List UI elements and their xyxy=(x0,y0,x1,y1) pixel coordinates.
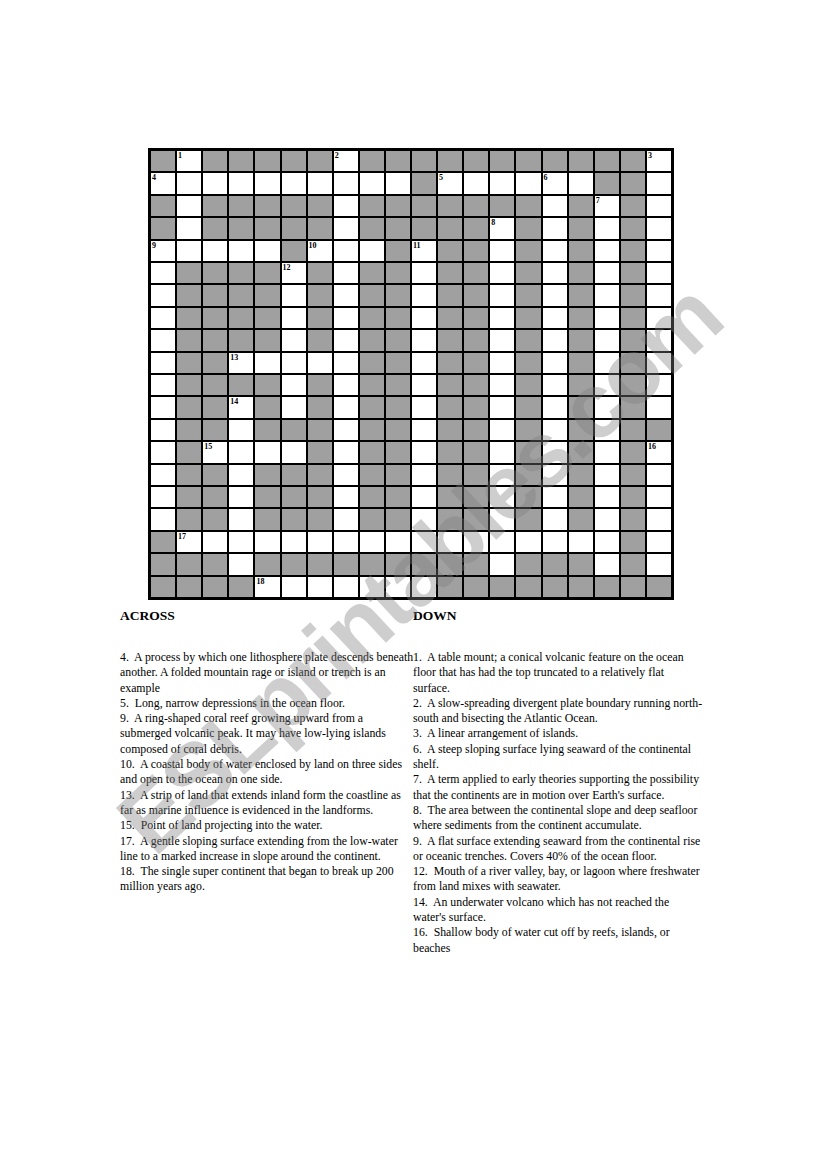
grid-cell-r12c6[interactable] xyxy=(281,396,307,418)
grid-cell-r2c9[interactable] xyxy=(359,172,385,194)
grid-cell-r7c11[interactable] xyxy=(411,284,437,306)
grid-cell-r18c7[interactable] xyxy=(307,531,333,553)
grid-cell-r11c20[interactable] xyxy=(646,374,672,396)
grid-cell-r8c6[interactable] xyxy=(281,307,307,329)
grid-cell-r18c17[interactable] xyxy=(568,531,594,553)
grid-cell-r6c1[interactable] xyxy=(150,262,176,284)
grid-cell-r4c11 xyxy=(411,217,437,239)
grid-cell-r6c20[interactable] xyxy=(646,262,672,284)
grid-cell-r20c8[interactable] xyxy=(333,576,359,598)
grid-cell-r6c18[interactable] xyxy=(594,262,620,284)
grid-cell-r19c18[interactable] xyxy=(594,553,620,575)
grid-cell-r10c11[interactable] xyxy=(411,352,437,374)
grid-cell-r20c3 xyxy=(202,576,228,598)
grid-cell-r2c3[interactable] xyxy=(202,172,228,194)
grid-cell-r8c2 xyxy=(176,307,202,329)
grid-cell-r9c17 xyxy=(568,329,594,351)
grid-cell-r8c20[interactable] xyxy=(646,307,672,329)
grid-cell-r5c1[interactable]: 9 xyxy=(150,240,176,262)
down-clue-16: 16. Shallow body of water cut off by ree… xyxy=(413,925,703,956)
grid-cell-r12c11[interactable] xyxy=(411,396,437,418)
grid-cell-r9c19 xyxy=(620,329,646,351)
grid-cell-r1c8[interactable]: 2 xyxy=(333,150,359,172)
grid-cell-r17c12 xyxy=(437,508,463,530)
grid-cell-r20c5[interactable]: 18 xyxy=(254,576,280,598)
grid-cell-r19c14[interactable] xyxy=(489,553,515,575)
grid-cell-r1c11 xyxy=(411,150,437,172)
grid-cell-r19c16 xyxy=(542,553,568,575)
grid-cell-r20c6[interactable] xyxy=(281,576,307,598)
clue-number-10: 10 xyxy=(309,241,317,250)
grid-cell-r2c20[interactable] xyxy=(646,172,672,194)
clue-number-6: 6 xyxy=(544,173,548,182)
grid-cell-r2c17[interactable] xyxy=(568,172,594,194)
grid-cell-r15c2 xyxy=(176,464,202,486)
down-clues-column: DOWN 1. A table mount; a conical volcani… xyxy=(413,608,703,956)
grid-cell-r5c15 xyxy=(515,240,541,262)
grid-cell-r14c6[interactable] xyxy=(281,441,307,463)
grid-cell-r17c10 xyxy=(385,508,411,530)
grid-cell-r9c8[interactable] xyxy=(333,329,359,351)
grid-cell-r1c9 xyxy=(359,150,385,172)
grid-cell-r3c6 xyxy=(281,195,307,217)
grid-cell-r4c17 xyxy=(568,217,594,239)
grid-cell-r11c18[interactable] xyxy=(594,374,620,396)
grid-cell-r10c3 xyxy=(202,352,228,374)
grid-cell-r14c15 xyxy=(515,441,541,463)
grid-cell-r20c14 xyxy=(489,576,515,598)
grid-cell-r19c11 xyxy=(411,553,437,575)
grid-cell-r7c18[interactable] xyxy=(594,284,620,306)
grid-cell-r15c4[interactable] xyxy=(228,464,254,486)
grid-cell-r2c4[interactable] xyxy=(228,172,254,194)
grid-cell-r4c3 xyxy=(202,217,228,239)
down-clue-3: 3. A linear arrangement of islands. xyxy=(413,726,703,741)
grid-cell-r5c14[interactable] xyxy=(489,240,515,262)
grid-cell-r19c17 xyxy=(568,553,594,575)
grid-cell-r10c8[interactable] xyxy=(333,352,359,374)
grid-cell-r4c9 xyxy=(359,217,385,239)
grid-cell-r3c12 xyxy=(437,195,463,217)
grid-cell-r7c14[interactable] xyxy=(489,284,515,306)
grid-cell-r12c8[interactable] xyxy=(333,396,359,418)
grid-cell-r15c20[interactable] xyxy=(646,464,672,486)
grid-cell-r8c18[interactable] xyxy=(594,307,620,329)
grid-cell-r8c11[interactable] xyxy=(411,307,437,329)
grid-cell-r6c16[interactable] xyxy=(542,262,568,284)
across-clue-18: 18. The single super continent that bega… xyxy=(120,864,414,895)
grid-cell-r17c5 xyxy=(254,508,280,530)
grid-cell-r2c18 xyxy=(594,172,620,194)
grid-cell-r17c15 xyxy=(515,508,541,530)
grid-cell-r8c9 xyxy=(359,307,385,329)
grid-cell-r18c9[interactable] xyxy=(359,531,385,553)
grid-cell-r16c15 xyxy=(515,486,541,508)
grid-cell-r9c1[interactable] xyxy=(150,329,176,351)
grid-cell-r4c4 xyxy=(228,217,254,239)
grid-cell-r17c4[interactable] xyxy=(228,508,254,530)
grid-cell-r2c12[interactable]: 5 xyxy=(437,172,463,194)
grid-cell-r2c13[interactable] xyxy=(463,172,489,194)
grid-cell-r18c2[interactable]: 17 xyxy=(176,531,202,553)
grid-cell-r4c18[interactable] xyxy=(594,217,620,239)
grid-cell-r18c20[interactable] xyxy=(646,531,672,553)
grid-cell-r19c2 xyxy=(176,553,202,575)
grid-cell-r15c11[interactable] xyxy=(411,464,437,486)
grid-cell-r8c8[interactable] xyxy=(333,307,359,329)
grid-cell-r13c19 xyxy=(620,419,646,441)
grid-cell-r9c6[interactable] xyxy=(281,329,307,351)
grid-cell-r8c13 xyxy=(463,307,489,329)
grid-cell-r4c16[interactable] xyxy=(542,217,568,239)
grid-cell-r9c15 xyxy=(515,329,541,351)
grid-cell-r12c20[interactable] xyxy=(646,396,672,418)
grid-cell-r7c2 xyxy=(176,284,202,306)
grid-cell-r17c14[interactable] xyxy=(489,508,515,530)
grid-cell-r3c17 xyxy=(568,195,594,217)
grid-cell-r10c1[interactable] xyxy=(150,352,176,374)
grid-cell-r12c14[interactable] xyxy=(489,396,515,418)
grid-cell-r16c16[interactable] xyxy=(542,486,568,508)
grid-cell-r16c1[interactable] xyxy=(150,486,176,508)
grid-cell-r11c11[interactable] xyxy=(411,374,437,396)
grid-cell-r18c11[interactable] xyxy=(411,531,437,553)
crossword-grid[interactable]: 123456789101112131415161718 xyxy=(148,148,674,600)
grid-cell-r3c7 xyxy=(307,195,333,217)
grid-cell-r16c8[interactable] xyxy=(333,486,359,508)
grid-cell-r2c6[interactable] xyxy=(281,172,307,194)
grid-cell-r18c10[interactable] xyxy=(385,531,411,553)
grid-cell-r8c3 xyxy=(202,307,228,329)
grid-cell-r13c11[interactable] xyxy=(411,419,437,441)
grid-cell-r4c7 xyxy=(307,217,333,239)
grid-cell-r19c3 xyxy=(202,553,228,575)
across-clue-17: 17. A gentle sloping surface extending f… xyxy=(120,834,414,865)
grid-cell-r8c14[interactable] xyxy=(489,307,515,329)
grid-cell-r7c20[interactable] xyxy=(646,284,672,306)
grid-cell-r10c16[interactable] xyxy=(542,352,568,374)
grid-cell-r18c4[interactable] xyxy=(228,531,254,553)
grid-cell-r19c4[interactable] xyxy=(228,553,254,575)
grid-cell-r5c16[interactable] xyxy=(542,240,568,262)
grid-cell-r12c4[interactable]: 14 xyxy=(228,396,254,418)
grid-cell-r3c20[interactable] xyxy=(646,195,672,217)
grid-cell-r20c11[interactable] xyxy=(411,576,437,598)
grid-cell-r13c1[interactable] xyxy=(150,419,176,441)
grid-cell-r17c8[interactable] xyxy=(333,508,359,530)
grid-cell-r7c5 xyxy=(254,284,280,306)
grid-cell-r11c14[interactable] xyxy=(489,374,515,396)
grid-cell-r10c14[interactable] xyxy=(489,352,515,374)
down-clue-1: 1. A table mount; a conical volcanic fea… xyxy=(413,650,703,696)
grid-cell-r7c6[interactable] xyxy=(281,284,307,306)
grid-cell-r5c11[interactable]: 11 xyxy=(411,240,437,262)
grid-cell-r7c16[interactable] xyxy=(542,284,568,306)
grid-cell-r4c14[interactable]: 8 xyxy=(489,217,515,239)
grid-cell-r8c19 xyxy=(620,307,646,329)
grid-cell-r14c19 xyxy=(620,441,646,463)
grid-cell-r13c18[interactable] xyxy=(594,419,620,441)
grid-cell-r11c10 xyxy=(385,374,411,396)
grid-cell-r10c5[interactable] xyxy=(254,352,280,374)
grid-cell-r14c8[interactable] xyxy=(333,441,359,463)
grid-cell-r7c3 xyxy=(202,284,228,306)
grid-cell-r13c14[interactable] xyxy=(489,419,515,441)
grid-cell-r6c19 xyxy=(620,262,646,284)
grid-cell-r19c20[interactable] xyxy=(646,553,672,575)
down-clue-9: 9. A flat surface extending seaward from… xyxy=(413,834,703,865)
grid-cell-r4c6 xyxy=(281,217,307,239)
grid-cell-r9c20[interactable] xyxy=(646,329,672,351)
grid-cell-r11c6[interactable] xyxy=(281,374,307,396)
grid-cell-r18c5[interactable] xyxy=(254,531,280,553)
grid-cell-r14c20[interactable]: 16 xyxy=(646,441,672,463)
grid-cell-r5c18[interactable] xyxy=(594,240,620,262)
grid-cell-r5c8[interactable] xyxy=(333,240,359,262)
grid-cell-r10c18[interactable] xyxy=(594,352,620,374)
grid-cell-r10c4[interactable]: 13 xyxy=(228,352,254,374)
grid-cell-r2c16[interactable]: 6 xyxy=(542,172,568,194)
grid-cell-r6c2 xyxy=(176,262,202,284)
grid-cell-r2c5[interactable] xyxy=(254,172,280,194)
grid-cell-r18c1 xyxy=(150,531,176,553)
grid-cell-r11c16[interactable] xyxy=(542,374,568,396)
grid-cell-r10c20[interactable] xyxy=(646,352,672,374)
grid-cell-r15c15 xyxy=(515,464,541,486)
grid-cell-r3c16[interactable] xyxy=(542,195,568,217)
clue-number-2: 2 xyxy=(335,151,339,160)
grid-cell-r9c14[interactable] xyxy=(489,329,515,351)
across-clue-15: 15. Point of land projecting into the wa… xyxy=(120,818,414,833)
grid-cell-r20c7[interactable] xyxy=(307,576,333,598)
grid-cell-r18c8[interactable] xyxy=(333,531,359,553)
grid-cell-r4c15 xyxy=(515,217,541,239)
grid-cell-r13c4[interactable] xyxy=(228,419,254,441)
grid-cell-r10c7[interactable] xyxy=(307,352,333,374)
down-clue-8: 8. The area between the continental slop… xyxy=(413,803,703,834)
grid-cell-r9c11[interactable] xyxy=(411,329,437,351)
grid-cell-r18c19 xyxy=(620,531,646,553)
grid-cell-r10c6[interactable] xyxy=(281,352,307,374)
grid-cell-r17c6 xyxy=(281,508,307,530)
grid-cell-r11c19 xyxy=(620,374,646,396)
grid-cell-r17c19 xyxy=(620,508,646,530)
grid-cell-r5c13 xyxy=(463,240,489,262)
grid-cell-r11c1[interactable] xyxy=(150,374,176,396)
grid-cell-r16c11[interactable] xyxy=(411,486,437,508)
grid-cell-r17c1[interactable] xyxy=(150,508,176,530)
grid-cell-r1c6 xyxy=(281,150,307,172)
grid-cell-r12c12 xyxy=(437,396,463,418)
grid-cell-r12c10 xyxy=(385,396,411,418)
grid-cell-r9c7 xyxy=(307,329,333,351)
grid-cell-r11c2 xyxy=(176,374,202,396)
grid-cell-r11c8[interactable] xyxy=(333,374,359,396)
grid-cell-r5c4[interactable] xyxy=(228,240,254,262)
grid-cell-r20c17 xyxy=(568,576,594,598)
clue-number-8: 8 xyxy=(491,218,495,227)
grid-cell-r6c17 xyxy=(568,262,594,284)
grid-cell-r6c12 xyxy=(437,262,463,284)
grid-cell-r19c19 xyxy=(620,553,646,575)
grid-cell-r12c13 xyxy=(463,396,489,418)
grid-cell-r10c13 xyxy=(463,352,489,374)
grid-cell-r4c2[interactable] xyxy=(176,217,202,239)
grid-cell-r15c16[interactable] xyxy=(542,464,568,486)
grid-cell-r7c1[interactable] xyxy=(150,284,176,306)
grid-cell-r14c2 xyxy=(176,441,202,463)
grid-cell-r5c7[interactable]: 10 xyxy=(307,240,333,262)
grid-cell-r2c7[interactable] xyxy=(307,172,333,194)
grid-cell-r18c14[interactable] xyxy=(489,531,515,553)
grid-cell-r15c14[interactable] xyxy=(489,464,515,486)
grid-cell-r13c10 xyxy=(385,419,411,441)
grid-cell-r17c17 xyxy=(568,508,594,530)
grid-cell-r14c14[interactable] xyxy=(489,441,515,463)
grid-cell-r13c17 xyxy=(568,419,594,441)
grid-cell-r20c10[interactable] xyxy=(385,576,411,598)
grid-cell-r7c8[interactable] xyxy=(333,284,359,306)
grid-cell-r16c14[interactable] xyxy=(489,486,515,508)
grid-cell-r12c18[interactable] xyxy=(594,396,620,418)
grid-cell-r14c12 xyxy=(437,441,463,463)
grid-cell-r9c16[interactable] xyxy=(542,329,568,351)
clue-number-15: 15 xyxy=(204,442,212,451)
grid-cell-r8c16[interactable] xyxy=(542,307,568,329)
grid-cell-r10c2 xyxy=(176,352,202,374)
down-header: DOWN xyxy=(413,608,703,624)
across-clue-4: 4. A process by which one lithosphere pl… xyxy=(120,650,414,696)
grid-cell-r9c18[interactable] xyxy=(594,329,620,351)
grid-cell-r13c9 xyxy=(359,419,385,441)
grid-cell-r18c6[interactable] xyxy=(281,531,307,553)
grid-cell-r6c8[interactable] xyxy=(333,262,359,284)
grid-cell-r15c18[interactable] xyxy=(594,464,620,486)
grid-cell-r1c5 xyxy=(254,150,280,172)
grid-cell-r12c5 xyxy=(254,396,280,418)
grid-cell-r17c16[interactable] xyxy=(542,508,568,530)
grid-cell-r20c9[interactable] xyxy=(359,576,385,598)
grid-cell-r1c15 xyxy=(515,150,541,172)
grid-cell-r12c9 xyxy=(359,396,385,418)
grid-cell-r3c8[interactable] xyxy=(333,195,359,217)
grid-cell-r14c4[interactable] xyxy=(228,441,254,463)
grid-cell-r6c9 xyxy=(359,262,385,284)
clue-number-5: 5 xyxy=(439,173,443,182)
grid-cell-r14c3[interactable]: 15 xyxy=(202,441,228,463)
grid-cell-r6c6[interactable]: 12 xyxy=(281,262,307,284)
across-header: ACROSS xyxy=(120,608,414,624)
grid-cell-r7c10 xyxy=(385,284,411,306)
grid-cell-r14c11[interactable] xyxy=(411,441,437,463)
grid-cell-r15c1[interactable] xyxy=(150,464,176,486)
grid-cell-r2c10[interactable] xyxy=(385,172,411,194)
grid-cell-r17c11[interactable] xyxy=(411,508,437,530)
grid-cell-r5c20[interactable] xyxy=(646,240,672,262)
grid-cell-r7c17 xyxy=(568,284,594,306)
grid-cell-r2c15[interactable] xyxy=(515,172,541,194)
grid-cell-r18c18[interactable] xyxy=(594,531,620,553)
grid-cell-r16c10 xyxy=(385,486,411,508)
grid-cell-r4c20[interactable] xyxy=(646,217,672,239)
grid-cell-r14c5[interactable] xyxy=(254,441,280,463)
grid-cell-r16c20[interactable] xyxy=(646,486,672,508)
grid-cell-r18c16[interactable] xyxy=(542,531,568,553)
grid-cell-r11c7 xyxy=(307,374,333,396)
grid-cell-r16c4[interactable] xyxy=(228,486,254,508)
grid-cell-r6c14[interactable] xyxy=(489,262,515,284)
across-clues-column: ACROSS 4. A process by which one lithosp… xyxy=(120,608,414,895)
grid-cell-r5c2[interactable] xyxy=(176,240,202,262)
grid-cell-r1c2[interactable]: 1 xyxy=(176,150,202,172)
clue-number-17: 17 xyxy=(178,532,186,541)
grid-cell-r7c7 xyxy=(307,284,333,306)
clue-number-4: 4 xyxy=(152,173,156,182)
grid-cell-r17c18[interactable] xyxy=(594,508,620,530)
down-clue-7: 7. A term applied to early theories supp… xyxy=(413,772,703,803)
grid-cell-r15c19 xyxy=(620,464,646,486)
grid-cell-r2c8[interactable] xyxy=(333,172,359,194)
across-clue-list: 4. A process by which one lithosphere pl… xyxy=(120,650,414,895)
grid-cell-r12c7 xyxy=(307,396,333,418)
grid-cell-r3c2[interactable] xyxy=(176,195,202,217)
grid-cell-r19c15 xyxy=(515,553,541,575)
grid-cell-r18c12[interactable] xyxy=(437,531,463,553)
grid-cell-r1c4 xyxy=(228,150,254,172)
grid-cell-r14c1[interactable] xyxy=(150,441,176,463)
grid-cell-r14c16[interactable] xyxy=(542,441,568,463)
grid-cell-r5c3[interactable] xyxy=(202,240,228,262)
grid-cell-r3c18[interactable]: 7 xyxy=(594,195,620,217)
grid-cell-r13c16[interactable] xyxy=(542,419,568,441)
grid-cell-r1c20[interactable]: 3 xyxy=(646,150,672,172)
grid-cell-r16c13 xyxy=(463,486,489,508)
grid-cell-r18c3[interactable] xyxy=(202,531,228,553)
grid-cell-r17c7 xyxy=(307,508,333,530)
grid-cell-r20c4 xyxy=(228,576,254,598)
grid-cell-r6c7 xyxy=(307,262,333,284)
grid-cell-r5c5[interactable] xyxy=(254,240,280,262)
grid-cell-r19c13 xyxy=(463,553,489,575)
grid-cell-r15c8[interactable] xyxy=(333,464,359,486)
grid-cell-r18c13[interactable] xyxy=(463,531,489,553)
grid-cell-r11c5 xyxy=(254,374,280,396)
grid-cell-r4c10 xyxy=(385,217,411,239)
grid-cell-r5c9[interactable] xyxy=(359,240,385,262)
grid-cell-r17c20[interactable] xyxy=(646,508,672,530)
grid-cell-r16c17 xyxy=(568,486,594,508)
grid-cell-r14c18[interactable] xyxy=(594,441,620,463)
grid-cell-r12c16[interactable] xyxy=(542,396,568,418)
grid-cell-r12c3 xyxy=(202,396,228,418)
grid-cell-r8c1[interactable] xyxy=(150,307,176,329)
grid-cell-r14c13 xyxy=(463,441,489,463)
grid-cell-r13c8[interactable] xyxy=(333,419,359,441)
grid-cell-r5c10 xyxy=(385,240,411,262)
grid-cell-r12c1[interactable] xyxy=(150,396,176,418)
grid-cell-r16c18[interactable] xyxy=(594,486,620,508)
grid-cell-r2c2[interactable] xyxy=(176,172,202,194)
grid-cell-r2c14[interactable] xyxy=(489,172,515,194)
grid-cell-r13c20 xyxy=(646,419,672,441)
grid-cell-r15c7 xyxy=(307,464,333,486)
grid-cell-r20c16 xyxy=(542,576,568,598)
grid-cell-r6c11[interactable] xyxy=(411,262,437,284)
grid-cell-r20c1 xyxy=(150,576,176,598)
grid-cell-r18c15[interactable] xyxy=(515,531,541,553)
grid-cell-r2c1[interactable]: 4 xyxy=(150,172,176,194)
grid-cell-r4c8[interactable] xyxy=(333,217,359,239)
